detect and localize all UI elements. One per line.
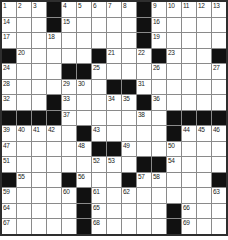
cell-r8c9[interactable] bbox=[122, 111, 136, 126]
cell-r11c11 bbox=[152, 157, 166, 172]
cell-r1c5[interactable]: 4 bbox=[62, 2, 76, 17]
cell-r8c2 bbox=[17, 111, 31, 126]
clue-number: 60 bbox=[63, 188, 70, 195]
clue-number: 25 bbox=[93, 64, 100, 71]
cell-r4c11 bbox=[152, 49, 166, 64]
cell-r15c3[interactable] bbox=[32, 219, 46, 234]
cell-r14c12 bbox=[167, 204, 181, 219]
cell-r6c2[interactable] bbox=[17, 80, 31, 95]
clue-number: 54 bbox=[168, 157, 175, 164]
cell-r14c8[interactable] bbox=[107, 204, 121, 219]
clue-number: 44 bbox=[183, 126, 190, 133]
cell-r5c10[interactable] bbox=[137, 64, 151, 79]
cell-r8c4 bbox=[47, 111, 61, 126]
clue-number: 11 bbox=[183, 2, 189, 9]
clue-number: 8 bbox=[123, 2, 126, 9]
clue-number: 13 bbox=[213, 2, 220, 9]
cell-r1c2[interactable]: 2 bbox=[17, 2, 31, 17]
cell-r14c15[interactable] bbox=[212, 204, 226, 219]
cell-r12c13[interactable] bbox=[182, 173, 196, 188]
cell-r3c15[interactable] bbox=[212, 33, 226, 48]
cell-r5c6 bbox=[77, 64, 91, 79]
cell-r5c9[interactable] bbox=[122, 64, 136, 79]
cell-r9c9[interactable] bbox=[122, 126, 136, 141]
cell-r15c8[interactable] bbox=[107, 219, 121, 234]
clue-number: 3 bbox=[33, 2, 36, 9]
cell-r8c15 bbox=[212, 111, 226, 126]
cell-r10c14[interactable] bbox=[197, 142, 211, 157]
cell-r4c15 bbox=[212, 49, 226, 64]
cell-r3c6[interactable] bbox=[77, 33, 91, 48]
cell-r2c11[interactable]: 16 bbox=[152, 18, 166, 33]
cell-r9c3[interactable]: 41 bbox=[32, 126, 46, 141]
cell-r6c11[interactable] bbox=[152, 80, 166, 95]
cell-r2c2[interactable] bbox=[17, 18, 31, 33]
cell-r14c2[interactable] bbox=[17, 204, 31, 219]
cell-r3c10 bbox=[137, 33, 151, 48]
cell-r13c2[interactable] bbox=[17, 188, 31, 203]
cell-r9c6 bbox=[77, 126, 91, 141]
cell-r12c6[interactable]: 56 bbox=[77, 173, 91, 188]
cell-r13c1[interactable]: 59 bbox=[2, 188, 16, 203]
cell-r7c8[interactable]: 34 bbox=[107, 95, 121, 110]
cell-r14c7[interactable]: 65 bbox=[92, 204, 106, 219]
clue-number: 30 bbox=[78, 80, 85, 87]
cell-r9c15[interactable]: 46 bbox=[212, 126, 226, 141]
cell-r9c13[interactable]: 44 bbox=[182, 126, 196, 141]
cell-r2c1[interactable]: 14 bbox=[2, 18, 16, 33]
cell-r1c3[interactable]: 3 bbox=[32, 2, 46, 17]
cell-r11c12[interactable]: 54 bbox=[167, 157, 181, 172]
cell-r5c13[interactable] bbox=[182, 64, 196, 79]
cell-r6c4[interactable] bbox=[47, 80, 61, 95]
cell-r4c10[interactable]: 22 bbox=[137, 49, 151, 64]
cell-r1c7[interactable]: 6 bbox=[92, 2, 106, 17]
cell-r11c2[interactable] bbox=[17, 157, 31, 172]
cell-r4c4[interactable] bbox=[47, 49, 61, 64]
cell-r13c15[interactable]: 63 bbox=[212, 188, 226, 203]
clue-number: 36 bbox=[153, 95, 160, 102]
cell-r13c11[interactable] bbox=[152, 188, 166, 203]
clue-number: 27 bbox=[213, 64, 220, 71]
cell-r6c13[interactable] bbox=[182, 80, 196, 95]
cell-r15c12 bbox=[167, 219, 181, 234]
cell-r10c7 bbox=[92, 142, 106, 157]
cell-r13c5[interactable]: 60 bbox=[62, 188, 76, 203]
cell-r7c11[interactable]: 36 bbox=[152, 95, 166, 110]
cell-r1c12[interactable]: 10 bbox=[167, 2, 181, 17]
clue-number: 37 bbox=[63, 111, 70, 118]
cell-r3c14[interactable] bbox=[197, 33, 211, 48]
cell-r5c8[interactable] bbox=[107, 64, 121, 79]
cell-r1c13[interactable]: 11 bbox=[182, 2, 196, 17]
cell-r11c14[interactable] bbox=[197, 157, 211, 172]
cell-r15c1[interactable]: 67 bbox=[2, 219, 16, 234]
clue-number: 10 bbox=[168, 2, 175, 9]
cell-r13c7[interactable]: 61 bbox=[92, 188, 106, 203]
clue-number: 39 bbox=[3, 126, 10, 133]
cell-r6c5[interactable]: 29 bbox=[62, 80, 76, 95]
clue-number: 41 bbox=[33, 126, 40, 133]
clue-number: 29 bbox=[63, 80, 70, 87]
cell-r14c13[interactable]: 66 bbox=[182, 204, 196, 219]
cell-r3c2[interactable] bbox=[17, 33, 31, 48]
cell-r12c7[interactable] bbox=[92, 173, 106, 188]
cell-r1c15[interactable]: 13 bbox=[212, 2, 226, 17]
clue-number: 12 bbox=[198, 2, 205, 9]
cell-r13c12[interactable] bbox=[167, 188, 181, 203]
cell-r14c10[interactable] bbox=[137, 204, 151, 219]
cell-r4c9[interactable] bbox=[122, 49, 136, 64]
cell-r7c9[interactable]: 35 bbox=[122, 95, 136, 110]
clue-number: 51 bbox=[3, 157, 10, 164]
cell-r13c6 bbox=[77, 188, 91, 203]
clue-number: 56 bbox=[78, 173, 85, 180]
clue-number: 40 bbox=[18, 126, 25, 133]
cell-r11c6[interactable] bbox=[77, 157, 91, 172]
cell-r15c9[interactable] bbox=[122, 219, 136, 234]
cell-r2c13[interactable] bbox=[182, 18, 196, 33]
clue-number: 28 bbox=[3, 80, 10, 87]
cell-r7c15[interactable] bbox=[212, 95, 226, 110]
clue-number: 22 bbox=[138, 49, 145, 56]
clue-number: 19 bbox=[153, 33, 160, 40]
cell-r11c13[interactable] bbox=[182, 157, 196, 172]
cell-r15c5[interactable] bbox=[62, 219, 76, 234]
clue-number: 52 bbox=[93, 157, 100, 164]
clue-number: 6 bbox=[93, 2, 96, 9]
cell-r14c4[interactable] bbox=[47, 204, 61, 219]
cell-r12c12[interactable] bbox=[167, 173, 181, 188]
cell-r1c8[interactable]: 7 bbox=[107, 2, 121, 17]
cell-r9c12 bbox=[167, 126, 181, 141]
cell-r9c1[interactable]: 39 bbox=[2, 126, 16, 141]
cell-r11c9[interactable] bbox=[122, 157, 136, 172]
cell-r6c14[interactable] bbox=[197, 80, 211, 95]
clue-number: 59 bbox=[3, 188, 10, 195]
clue-number: 38 bbox=[138, 111, 145, 118]
cell-r10c6[interactable]: 48 bbox=[77, 142, 91, 157]
cell-r12c14[interactable] bbox=[197, 173, 211, 188]
cell-r10c9[interactable]: 49 bbox=[122, 142, 136, 157]
cell-r6c15[interactable] bbox=[212, 80, 226, 95]
cell-r8c12 bbox=[167, 111, 181, 126]
cell-r5c14[interactable] bbox=[197, 64, 211, 79]
cell-r6c8 bbox=[107, 80, 121, 95]
cell-r3c5[interactable] bbox=[62, 33, 76, 48]
clue-number: 67 bbox=[3, 219, 10, 226]
clue-number: 17 bbox=[3, 33, 10, 40]
cell-r7c1[interactable]: 32 bbox=[2, 95, 16, 110]
cell-r13c3[interactable] bbox=[32, 188, 46, 203]
clue-number: 16 bbox=[153, 18, 160, 25]
cell-r4c12[interactable]: 23 bbox=[167, 49, 181, 64]
clue-number: 14 bbox=[3, 18, 10, 25]
clue-number: 46 bbox=[213, 126, 220, 133]
cell-r12c9 bbox=[122, 173, 136, 188]
cell-r2c3[interactable] bbox=[32, 18, 46, 33]
cell-r9c7[interactable]: 43 bbox=[92, 126, 106, 141]
clue-number: 34 bbox=[108, 95, 115, 102]
cell-r1c14[interactable]: 12 bbox=[197, 2, 211, 17]
cell-r8c3 bbox=[32, 111, 46, 126]
cell-r12c15 bbox=[212, 173, 226, 188]
cell-r7c4 bbox=[47, 95, 61, 110]
clue-number: 32 bbox=[3, 95, 10, 102]
cell-r4c13[interactable] bbox=[182, 49, 196, 64]
cell-r6c3[interactable] bbox=[32, 80, 46, 95]
cell-r3c9[interactable] bbox=[122, 33, 136, 48]
clue-number: 45 bbox=[198, 126, 205, 133]
cell-r3c7[interactable] bbox=[92, 33, 106, 48]
cell-r11c8[interactable]: 53 bbox=[107, 157, 121, 172]
cell-r8c5[interactable]: 37 bbox=[62, 111, 76, 126]
cell-r7c13[interactable] bbox=[182, 95, 196, 110]
cell-r3c13[interactable] bbox=[182, 33, 196, 48]
cell-r15c4[interactable] bbox=[47, 219, 61, 234]
clue-number: 64 bbox=[3, 204, 10, 211]
cell-r3c1[interactable]: 17 bbox=[2, 33, 16, 48]
cell-r5c1[interactable]: 24 bbox=[2, 64, 16, 79]
cell-r8c13 bbox=[182, 111, 196, 126]
clue-number: 47 bbox=[3, 142, 10, 149]
cell-r4c2[interactable]: 20 bbox=[17, 49, 31, 64]
cell-r5c3[interactable] bbox=[32, 64, 46, 79]
cell-r5c12[interactable] bbox=[167, 64, 181, 79]
cell-r10c12[interactable]: 50 bbox=[167, 142, 181, 157]
cell-r11c4[interactable] bbox=[47, 157, 61, 172]
clue-number: 33 bbox=[63, 95, 70, 102]
cell-r3c11[interactable]: 19 bbox=[152, 33, 166, 48]
cell-r9c8[interactable] bbox=[107, 126, 121, 141]
cell-r11c10 bbox=[137, 157, 151, 172]
cell-r5c5 bbox=[62, 64, 76, 79]
cell-r5c2[interactable] bbox=[17, 64, 31, 79]
cell-r11c1[interactable]: 51 bbox=[2, 157, 16, 172]
clue-number: 61 bbox=[93, 188, 100, 195]
clue-number: 7 bbox=[108, 2, 111, 9]
clue-number: 31 bbox=[138, 80, 145, 87]
cell-r7c10 bbox=[137, 95, 151, 110]
cell-r10c11[interactable] bbox=[152, 142, 166, 157]
cell-r12c3[interactable] bbox=[32, 173, 46, 188]
cell-r1c1[interactable]: 1 bbox=[2, 2, 16, 17]
cell-r4c5[interactable] bbox=[62, 49, 76, 64]
clue-number: 66 bbox=[183, 204, 190, 211]
cell-r6c9 bbox=[122, 80, 136, 95]
clue-number: 62 bbox=[123, 188, 130, 195]
cell-r6c7[interactable] bbox=[92, 80, 106, 95]
cell-r15c10[interactable] bbox=[137, 219, 151, 234]
cell-r5c7[interactable]: 25 bbox=[92, 64, 106, 79]
cell-r7c3[interactable] bbox=[32, 95, 46, 110]
cell-r15c15[interactable] bbox=[212, 219, 226, 234]
cell-r2c14[interactable] bbox=[197, 18, 211, 33]
cell-r14c11[interactable] bbox=[152, 204, 166, 219]
cell-r9c4[interactable]: 42 bbox=[47, 126, 61, 141]
cell-r2c10 bbox=[137, 18, 151, 33]
cell-r15c6 bbox=[77, 219, 91, 234]
clue-number: 1 bbox=[3, 2, 6, 9]
cell-r5c4[interactable] bbox=[47, 64, 61, 79]
cell-r8c11[interactable] bbox=[152, 111, 166, 126]
cell-r8c8[interactable] bbox=[107, 111, 121, 126]
cell-r8c7[interactable] bbox=[92, 111, 106, 126]
cell-r10c10[interactable] bbox=[137, 142, 151, 157]
cell-r12c1 bbox=[2, 173, 16, 188]
cell-r5c15[interactable]: 27 bbox=[212, 64, 226, 79]
clue-number: 18 bbox=[48, 33, 55, 40]
cell-r14c9[interactable] bbox=[122, 204, 136, 219]
cell-r7c7[interactable] bbox=[92, 95, 106, 110]
cell-r7c5[interactable]: 33 bbox=[62, 95, 76, 110]
clue-number: 42 bbox=[48, 126, 55, 133]
cell-r14c3[interactable] bbox=[32, 204, 46, 219]
cell-r11c15[interactable] bbox=[212, 157, 226, 172]
cell-r10c1[interactable]: 47 bbox=[2, 142, 16, 157]
cell-r2c6[interactable] bbox=[77, 18, 91, 33]
cell-r13c13[interactable] bbox=[182, 188, 196, 203]
cell-r1c4 bbox=[47, 2, 61, 17]
clue-number: 35 bbox=[123, 95, 130, 102]
cell-r15c11[interactable] bbox=[152, 219, 166, 234]
clue-number: 23 bbox=[168, 49, 175, 56]
crossword-grid: 1234567891011121314151617181920212223242… bbox=[0, 0, 228, 236]
clue-number: 5 bbox=[78, 2, 81, 9]
clue-number: 49 bbox=[123, 142, 130, 149]
cell-r4c1 bbox=[2, 49, 16, 64]
cell-r1c6[interactable]: 5 bbox=[77, 2, 91, 17]
cell-r10c13[interactable] bbox=[182, 142, 196, 157]
cell-r12c8[interactable] bbox=[107, 173, 121, 188]
cell-r10c4[interactable] bbox=[47, 142, 61, 157]
cell-r12c11[interactable]: 58 bbox=[152, 173, 166, 188]
cell-r2c5[interactable]: 15 bbox=[62, 18, 76, 33]
cell-r13c14[interactable] bbox=[197, 188, 211, 203]
cell-r4c6[interactable] bbox=[77, 49, 91, 64]
clue-number: 9 bbox=[153, 2, 156, 9]
cell-r8c14 bbox=[197, 111, 211, 126]
clue-number: 4 bbox=[63, 2, 66, 9]
cell-r6c10[interactable]: 31 bbox=[137, 80, 151, 95]
cell-r9c11[interactable] bbox=[152, 126, 166, 141]
cell-r3c8[interactable] bbox=[107, 33, 121, 48]
cell-r8c1 bbox=[2, 111, 16, 126]
clue-number: 20 bbox=[18, 49, 25, 56]
cell-r6c1[interactable]: 28 bbox=[2, 80, 16, 95]
cell-r13c10[interactable] bbox=[137, 188, 151, 203]
cell-r1c10 bbox=[137, 2, 151, 17]
cell-r4c3[interactable] bbox=[32, 49, 46, 64]
cell-r6c6[interactable]: 30 bbox=[77, 80, 91, 95]
cell-r15c7[interactable]: 68 bbox=[92, 219, 106, 234]
cell-r15c14[interactable] bbox=[197, 219, 211, 234]
cell-r5c11[interactable]: 26 bbox=[152, 64, 166, 79]
clue-number: 26 bbox=[153, 64, 160, 71]
clue-number: 21 bbox=[108, 49, 115, 56]
cell-r6c12[interactable] bbox=[167, 80, 181, 95]
cell-r9c10[interactable] bbox=[137, 126, 151, 141]
cell-r10c15[interactable] bbox=[212, 142, 226, 157]
cell-r7c14[interactable] bbox=[197, 95, 211, 110]
clue-number: 65 bbox=[93, 204, 100, 211]
cell-r10c3[interactable] bbox=[32, 142, 46, 157]
clue-number: 24 bbox=[3, 64, 10, 71]
cell-r7c6[interactable] bbox=[77, 95, 91, 110]
cell-r12c4[interactable] bbox=[47, 173, 61, 188]
cell-r7c12[interactable] bbox=[167, 95, 181, 110]
cell-r4c14[interactable] bbox=[197, 49, 211, 64]
cell-r11c3[interactable] bbox=[32, 157, 46, 172]
clue-number: 15 bbox=[63, 18, 70, 25]
cell-r13c8[interactable] bbox=[107, 188, 121, 203]
cell-r7c2[interactable] bbox=[17, 95, 31, 110]
cell-r4c8[interactable]: 21 bbox=[107, 49, 121, 64]
clue-number: 43 bbox=[93, 126, 100, 133]
cell-r9c2[interactable]: 40 bbox=[17, 126, 31, 141]
clue-number: 69 bbox=[183, 219, 190, 226]
cell-r10c5[interactable] bbox=[62, 142, 76, 157]
cell-r2c4 bbox=[47, 18, 61, 33]
cell-r3c3[interactable] bbox=[32, 33, 46, 48]
cell-r9c14[interactable]: 45 bbox=[197, 126, 211, 141]
cell-r1c11[interactable]: 9 bbox=[152, 2, 166, 17]
cell-r14c14[interactable] bbox=[197, 204, 211, 219]
cell-r11c5[interactable] bbox=[62, 157, 76, 172]
clue-number: 63 bbox=[213, 188, 220, 195]
cell-r3c4[interactable]: 18 bbox=[47, 33, 61, 48]
cell-r11c7[interactable]: 52 bbox=[92, 157, 106, 172]
cell-r12c10[interactable]: 57 bbox=[137, 173, 151, 188]
cell-r9c5[interactable] bbox=[62, 126, 76, 141]
cell-r10c2[interactable] bbox=[17, 142, 31, 157]
cell-r2c7[interactable] bbox=[92, 18, 106, 33]
cell-r14c1[interactable]: 64 bbox=[2, 204, 16, 219]
clue-number: 50 bbox=[168, 142, 175, 149]
cell-r2c12[interactable] bbox=[167, 18, 181, 33]
cell-r2c15[interactable] bbox=[212, 18, 226, 33]
cell-r4c7 bbox=[92, 49, 106, 64]
cell-r14c5[interactable] bbox=[62, 204, 76, 219]
clue-number: 68 bbox=[93, 219, 100, 226]
cell-r15c13[interactable]: 69 bbox=[182, 219, 196, 234]
clue-number: 58 bbox=[153, 173, 160, 180]
cell-r15c2[interactable] bbox=[17, 219, 31, 234]
clue-number: 48 bbox=[78, 142, 85, 149]
cell-r13c9[interactable]: 62 bbox=[122, 188, 136, 203]
cell-r1c9[interactable]: 8 bbox=[122, 2, 136, 17]
cell-r8c10[interactable]: 38 bbox=[137, 111, 151, 126]
cell-r14c6 bbox=[77, 204, 91, 219]
clue-number: 2 bbox=[18, 2, 21, 9]
cell-r13c4[interactable] bbox=[47, 188, 61, 203]
cell-r2c9[interactable] bbox=[122, 18, 136, 33]
clue-number: 55 bbox=[18, 173, 25, 180]
clue-number: 53 bbox=[108, 157, 115, 164]
cell-r2c8[interactable] bbox=[107, 18, 121, 33]
cell-r10c8 bbox=[107, 142, 121, 157]
clue-number: 57 bbox=[138, 173, 145, 180]
cell-r8c6[interactable] bbox=[77, 111, 91, 126]
cell-r12c5 bbox=[62, 173, 76, 188]
cell-r3c12[interactable] bbox=[167, 33, 181, 48]
cell-r12c2[interactable]: 55 bbox=[17, 173, 31, 188]
